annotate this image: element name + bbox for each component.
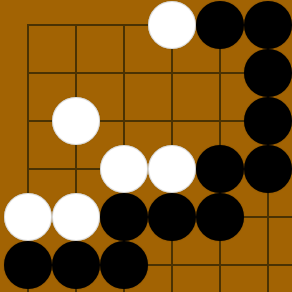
black-stone bbox=[148, 193, 196, 241]
black-stone bbox=[100, 193, 148, 241]
black-stone bbox=[52, 241, 100, 289]
black-stone bbox=[196, 145, 244, 193]
white-stone bbox=[4, 193, 52, 241]
white-stone bbox=[100, 145, 148, 193]
white-stone bbox=[52, 193, 100, 241]
white-stone bbox=[148, 1, 196, 49]
white-stone bbox=[148, 145, 196, 193]
black-stone bbox=[196, 193, 244, 241]
white-stone bbox=[52, 97, 100, 145]
black-stone bbox=[100, 241, 148, 289]
black-stone bbox=[4, 241, 52, 289]
black-stone bbox=[244, 49, 292, 97]
go-board[interactable] bbox=[0, 0, 292, 292]
black-stone bbox=[196, 1, 244, 49]
stones-layer bbox=[4, 1, 292, 289]
black-stone bbox=[244, 145, 292, 193]
black-stone bbox=[244, 1, 292, 49]
black-stone bbox=[244, 97, 292, 145]
